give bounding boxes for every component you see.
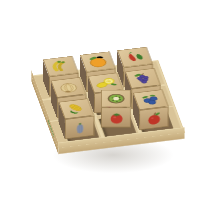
melon-icon	[54, 79, 83, 96]
cube-kiwi[interactable]	[101, 110, 131, 127]
peppers-icon	[120, 49, 149, 66]
apple-icon	[144, 109, 164, 128]
orange-icon	[83, 53, 112, 70]
product-photo	[0, 0, 218, 218]
blueberries-icon	[136, 91, 165, 108]
puzzle-scene	[31, 60, 184, 148]
kiwi-icon	[104, 92, 129, 106]
cube-front-face	[101, 107, 131, 127]
eggplant-icon	[70, 118, 90, 137]
cube-front-face	[139, 106, 169, 130]
corn-icon	[62, 100, 91, 117]
cube-top-face	[101, 90, 131, 107]
tomato-icon	[106, 109, 126, 125]
bananas-icon	[46, 58, 75, 75]
lemon-icon	[91, 75, 120, 92]
cube-corn[interactable]	[58, 119, 94, 140]
cube-blueberries[interactable]	[133, 110, 169, 131]
cube-front-face	[65, 115, 95, 139]
